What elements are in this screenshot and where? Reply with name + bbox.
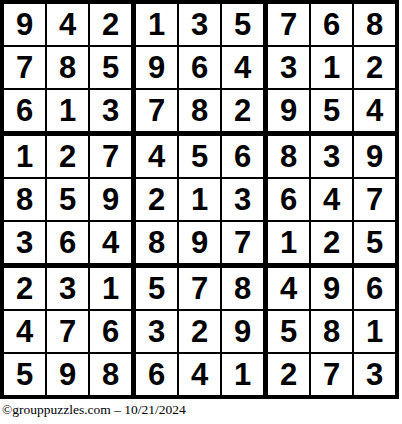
cell-r6c5: 9: [179, 222, 222, 268]
cell-r7c6: 8: [222, 268, 268, 311]
cell-r5c3: 9: [90, 179, 136, 222]
cell-r8c9: 1: [354, 311, 395, 354]
cell-r2c8: 1: [311, 47, 354, 90]
cell-r9c8: 7: [311, 354, 354, 395]
cell-r2c9: 2: [354, 47, 395, 90]
cell-r2c6: 4: [222, 47, 268, 90]
cell-r2c1: 7: [4, 47, 47, 90]
cell-r3c5: 8: [179, 90, 222, 136]
sudoku-page: 9421357687859643126137829541274568398592…: [0, 0, 402, 424]
cell-r6c3: 4: [90, 222, 136, 268]
sudoku-board: 9421357687859643126137829541274568398592…: [0, 0, 399, 399]
cell-r8c5: 2: [179, 311, 222, 354]
cell-r1c9: 8: [354, 4, 395, 47]
cell-r7c8: 9: [311, 268, 354, 311]
cell-r9c4: 6: [136, 354, 179, 395]
cell-r1c2: 4: [47, 4, 90, 47]
cell-r7c4: 5: [136, 268, 179, 311]
cell-r5c9: 7: [354, 179, 395, 222]
cell-r5c5: 1: [179, 179, 222, 222]
cell-r7c1: 2: [4, 268, 47, 311]
copyright-credit: ©grouppuzzles.com – 10/21/2024: [2, 402, 186, 418]
cell-r6c4: 8: [136, 222, 179, 268]
cell-r4c7: 8: [268, 136, 311, 179]
cell-r3c9: 4: [354, 90, 395, 136]
cell-r8c7: 5: [268, 311, 311, 354]
cell-r1c5: 3: [179, 4, 222, 47]
cell-r4c3: 7: [90, 136, 136, 179]
cell-r2c4: 9: [136, 47, 179, 90]
cell-r4c4: 4: [136, 136, 179, 179]
cell-r4c2: 2: [47, 136, 90, 179]
cell-r4c6: 6: [222, 136, 268, 179]
cell-r5c6: 3: [222, 179, 268, 222]
cell-r4c5: 5: [179, 136, 222, 179]
cell-r4c1: 1: [4, 136, 47, 179]
cell-r2c3: 5: [90, 47, 136, 90]
cell-r3c2: 1: [47, 90, 90, 136]
cell-r2c2: 8: [47, 47, 90, 90]
cell-r6c6: 7: [222, 222, 268, 268]
cell-r3c8: 5: [311, 90, 354, 136]
cell-r3c1: 6: [4, 90, 47, 136]
cell-r5c8: 4: [311, 179, 354, 222]
cell-r7c3: 1: [90, 268, 136, 311]
cell-r9c9: 3: [354, 354, 395, 395]
cell-r1c4: 1: [136, 4, 179, 47]
cell-r8c8: 8: [311, 311, 354, 354]
cell-r7c5: 7: [179, 268, 222, 311]
cell-r7c2: 3: [47, 268, 90, 311]
cell-r3c7: 9: [268, 90, 311, 136]
cell-r6c2: 6: [47, 222, 90, 268]
cell-r9c2: 9: [47, 354, 90, 395]
cell-r1c1: 9: [4, 4, 47, 47]
cell-r8c2: 7: [47, 311, 90, 354]
cell-r9c3: 8: [90, 354, 136, 395]
cell-r6c7: 1: [268, 222, 311, 268]
cell-r5c1: 8: [4, 179, 47, 222]
cell-r5c7: 6: [268, 179, 311, 222]
cell-r7c9: 6: [354, 268, 395, 311]
cell-r3c4: 7: [136, 90, 179, 136]
cell-r4c9: 9: [354, 136, 395, 179]
cell-r9c5: 4: [179, 354, 222, 395]
cell-r4c8: 3: [311, 136, 354, 179]
cell-r1c3: 2: [90, 4, 136, 47]
cell-r1c6: 5: [222, 4, 268, 47]
cell-r1c8: 6: [311, 4, 354, 47]
cell-r2c5: 6: [179, 47, 222, 90]
cell-r2c7: 3: [268, 47, 311, 90]
cell-r5c2: 5: [47, 179, 90, 222]
cell-r1c7: 7: [268, 4, 311, 47]
cell-r3c3: 3: [90, 90, 136, 136]
cell-r3c6: 2: [222, 90, 268, 136]
cell-r9c7: 2: [268, 354, 311, 395]
cell-r6c9: 5: [354, 222, 395, 268]
cell-r6c8: 2: [311, 222, 354, 268]
cell-r5c4: 2: [136, 179, 179, 222]
cell-r8c4: 3: [136, 311, 179, 354]
cell-r7c7: 4: [268, 268, 311, 311]
cell-r9c1: 5: [4, 354, 47, 395]
cell-r6c1: 3: [4, 222, 47, 268]
cell-r8c6: 9: [222, 311, 268, 354]
cell-r9c6: 1: [222, 354, 268, 395]
cell-r8c3: 6: [90, 311, 136, 354]
cell-r8c1: 4: [4, 311, 47, 354]
